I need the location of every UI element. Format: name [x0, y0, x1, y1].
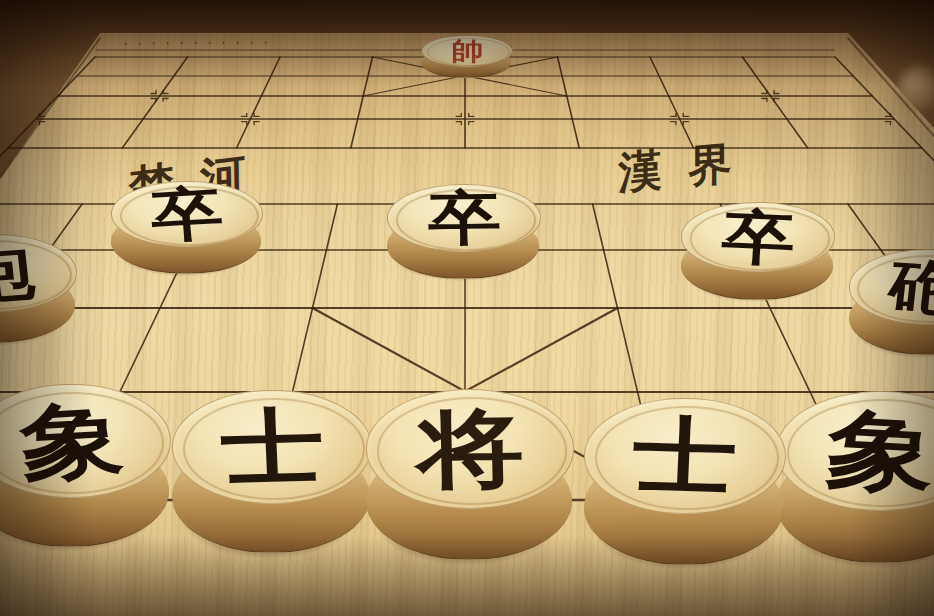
piece-face: 卒: [387, 184, 541, 251]
piece-glyph: 砲: [887, 255, 934, 319]
piece-black-elephant-g[interactable]: 象: [776, 391, 934, 571]
piece-black-cannon-right[interactable]: 砲: [849, 249, 934, 362]
pieces-layer: 帥卒卒卒砲砲象士将象士: [0, 0, 934, 616]
piece-face: 卒: [681, 202, 835, 271]
piece-black-soldier-g[interactable]: 卒: [681, 202, 833, 306]
piece-glyph: 象: [823, 405, 934, 497]
piece-face: 将: [366, 389, 574, 508]
xiangqi-photo-scene: ・・・・・・・・・・・ 楚河 漢界 帥卒卒卒砲砲象士将象士: [0, 0, 934, 616]
piece-face: 士: [172, 390, 372, 504]
piece-face: 帥: [421, 35, 513, 67]
piece-black-general-e[interactable]: 将: [366, 389, 572, 567]
piece-face: 卒: [111, 181, 263, 247]
piece-black-soldier-c[interactable]: 卒: [111, 181, 261, 281]
piece-black-elephant-c[interactable]: 象: [0, 384, 169, 554]
piece-glyph: 帥: [451, 38, 483, 64]
piece-black-advisor-f[interactable]: 士: [584, 398, 784, 572]
piece-glyph: 士: [631, 413, 739, 499]
piece-glyph: 将: [416, 405, 525, 492]
piece-glyph: 卒: [149, 183, 226, 244]
piece-black-cannon-left[interactable]: 砲: [0, 234, 75, 350]
piece-glyph: 砲: [0, 239, 37, 307]
piece-face: 士: [584, 398, 786, 515]
piece-glyph: 卒: [427, 188, 501, 247]
piece-glyph: 象: [16, 397, 126, 485]
piece-glyph: 士: [219, 404, 326, 489]
piece-glyph: 卒: [720, 206, 797, 267]
piece-black-soldier-e[interactable]: 卒: [387, 184, 539, 286]
piece-red-general[interactable]: 帥: [421, 35, 511, 85]
piece-black-advisor-d[interactable]: 士: [172, 390, 370, 561]
